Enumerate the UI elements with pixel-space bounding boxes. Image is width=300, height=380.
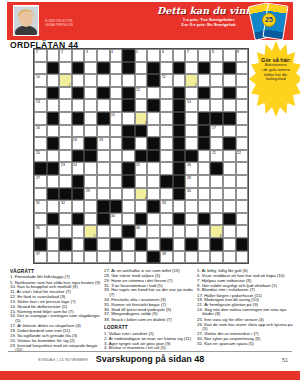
grid-cell-r2c10 — [147, 62, 160, 75]
grid-cell-r7c16[interactable] — [223, 125, 236, 138]
grid-cell-r4c14 — [198, 87, 211, 100]
grid-cell-r8c15[interactable] — [210, 137, 223, 150]
grid-cell-r10c2 — [47, 162, 60, 175]
grid-cell-r1c2[interactable] — [47, 49, 60, 62]
down-header: LODRÄTT — [104, 324, 195, 330]
grid-cell-r17c10 — [147, 251, 160, 264]
clue-item: 28. Gör större med säljare (5) — [104, 273, 195, 278]
grid-cell-r11c9[interactable] — [135, 175, 148, 188]
grid-cell-r15c10[interactable] — [147, 225, 160, 238]
grid-cell-r10c17[interactable] — [236, 162, 249, 175]
grid-cell-r6c17[interactable] — [236, 112, 249, 125]
grid-cell-r3c9[interactable] — [135, 74, 148, 87]
grid-cell-r12c13[interactable]: 30 — [185, 188, 198, 201]
grid-cell-r9c16[interactable] — [223, 150, 236, 163]
clue-number: 38 — [162, 252, 166, 255]
grid-cell-r16c3 — [59, 238, 72, 251]
clue-item: 2. Är nödvändigare än man ser hämta sig … — [104, 336, 195, 341]
grid-cell-r11c13[interactable]: 28 — [185, 175, 198, 188]
grid-cell-r15c7[interactable] — [110, 225, 123, 238]
footer-date: SÖNDAG | 24 NOVEMBER — [38, 358, 88, 362]
grid-cell-r17c14[interactable] — [198, 251, 211, 264]
grid-cell-r10c12 — [173, 162, 186, 175]
grid-cell-r4c6 — [97, 87, 110, 100]
prize-line-2: 2:a–3:e pris: En Sverigelott. — [173, 22, 246, 27]
grid-cell-r11c15[interactable] — [210, 175, 223, 188]
grid-cell-r6c7[interactable]: 15 — [110, 112, 123, 125]
grid-cell-r4c13[interactable] — [185, 87, 198, 100]
grid-cell-r5c9[interactable] — [135, 99, 148, 112]
grid-cell-r4c10[interactable] — [147, 87, 160, 100]
grid-cell-r13c8[interactable] — [122, 200, 135, 213]
grid-cell-r9c8[interactable] — [122, 150, 135, 163]
grid-cell-r4c15[interactable] — [210, 87, 223, 100]
clue-number: 8 — [212, 50, 214, 53]
grid-cell-r1c15[interactable]: 8 — [210, 49, 223, 62]
grid-cell-r11c5[interactable] — [84, 175, 97, 188]
grid-cell-r3c5[interactable] — [84, 74, 97, 87]
grid-cell-r17c8[interactable] — [122, 251, 135, 264]
grid-cell-r14c7[interactable]: 34 — [110, 213, 123, 226]
grid-cell-r16c12[interactable] — [173, 238, 186, 251]
grid-cell-r7c3[interactable] — [59, 125, 72, 138]
clue-number: 6 — [162, 50, 164, 53]
clue-item: 4. Brukar vi inventera i ett väl (5) — [104, 345, 195, 350]
grid-cell-r11c14[interactable] — [198, 175, 211, 188]
grid-cell-r11c16[interactable] — [223, 175, 236, 188]
grid-cell-r16c13 — [185, 238, 198, 251]
grid-cell-r4c7[interactable] — [110, 87, 123, 100]
clue-number: 5 — [136, 50, 138, 53]
grid-cell-r3c4[interactable] — [72, 74, 85, 87]
grid-cell-r10c10[interactable] — [147, 162, 160, 175]
grid-cell-r5c2[interactable] — [47, 99, 60, 112]
grid-cell-r1c11[interactable]: 6 — [160, 49, 173, 62]
grid-cell-r14c3[interactable] — [59, 213, 72, 226]
clue-item: 32. Kan en sparsam spara (5) — [197, 341, 293, 346]
grid-cell-r7c15[interactable]: 17 — [210, 125, 223, 138]
grid-cell-r15c11[interactable] — [160, 225, 173, 238]
grid-cell-r13c14[interactable] — [198, 200, 211, 213]
ticket-value-badge: 25 — [262, 13, 276, 27]
grid-cell-r11c1[interactable]: 27 — [34, 175, 47, 188]
grid-cell-r3c13[interactable]: 2 — [185, 74, 198, 87]
grid-cell-r14c1[interactable] — [34, 213, 47, 226]
grid-cell-r15c17[interactable] — [236, 225, 249, 238]
grid-cell-r10c4[interactable]: 24 — [72, 162, 85, 175]
grid-cell-r13c4[interactable] — [72, 200, 85, 213]
clue-item: 31. 3 av läsestämman i kod (5) — [104, 283, 195, 288]
grid-cell-r9c14[interactable] — [198, 150, 211, 163]
grid-cell-r15c15[interactable]: 6 — [210, 225, 223, 238]
grid-cell-r15c1[interactable]: 35 — [34, 225, 47, 238]
grid-cell-r12c3 — [59, 188, 72, 201]
grid-cell-r10c6[interactable] — [97, 162, 110, 175]
grid-cell-r4c4 — [72, 87, 85, 100]
grid-cell-r11c7[interactable] — [110, 175, 123, 188]
grid-cell-r12c8[interactable] — [122, 188, 135, 201]
clue-number: 1 — [36, 50, 38, 53]
grid-cell-r8c1[interactable] — [34, 137, 47, 150]
grid-cell-r4c3[interactable] — [59, 87, 72, 100]
grid-cell-r7c17[interactable] — [236, 125, 249, 138]
grid-cell-r6c3[interactable] — [59, 112, 72, 125]
grid-cell-r6c15 — [210, 112, 223, 125]
grid-cell-r7c5[interactable] — [84, 125, 97, 138]
grid-cell-r5c14[interactable] — [198, 99, 211, 112]
grid-cell-r6c4 — [72, 112, 85, 125]
grid-cell-r11c2[interactable] — [47, 175, 60, 188]
yellow-cell-index: 3 — [144, 121, 146, 124]
grid-cell-r4c16 — [223, 87, 236, 100]
grid-cell-r12c16[interactable] — [223, 188, 236, 201]
grid-cell-r6c13[interactable] — [185, 112, 198, 125]
grid-cell-r13c15[interactable] — [210, 200, 223, 213]
grid-cell-r10c7[interactable] — [110, 162, 123, 175]
clue-item: 37. Morgondagens välde (9) — [104, 312, 195, 317]
grid-cell-r16c17 — [236, 238, 249, 251]
grid-cell-r12c10[interactable] — [147, 188, 160, 201]
grid-cell-r3c11[interactable]: 11 — [160, 74, 173, 87]
grid-cell-r7c12 — [173, 125, 186, 138]
grid-cell-r2c6 — [97, 62, 110, 75]
grid-cell-r7c13[interactable] — [185, 125, 198, 138]
grid-cell-r12c6[interactable] — [97, 188, 110, 201]
grid-cell-r8c7[interactable] — [110, 137, 123, 150]
clue-number: 2 — [61, 50, 63, 53]
grid-cell-r10c9[interactable]: 25 — [135, 162, 148, 175]
grid-cell-r7c9 — [135, 125, 148, 138]
grid-cell-r1c16[interactable] — [223, 49, 236, 62]
clue-item: 19. Sa ogillande och grinade illa (3) — [10, 333, 103, 338]
instructions-starburst: Gör så här: Bokstäverna i de gula rutorn… — [249, 41, 300, 117]
grid-cell-r15c6[interactable] — [97, 225, 110, 238]
grid-cell-r14c15[interactable] — [210, 213, 223, 226]
clue-item: 18. Medvägen kan bli avstig (10) — [197, 297, 293, 302]
grid-cell-r11c10[interactable] — [147, 175, 160, 188]
grid-cell-r1c14[interactable] — [198, 49, 211, 62]
clue-item: 11. Är vital i lokal för musiker (7) — [10, 289, 103, 294]
grid-cell-r13c16[interactable] — [223, 200, 236, 213]
grid-cell-r1c6[interactable] — [97, 49, 110, 62]
grid-cell-r1c3[interactable]: 2 — [59, 49, 72, 62]
grid-cell-r10c16[interactable] — [223, 162, 236, 175]
grid-cell-r15c12[interactable] — [173, 225, 186, 238]
clue-number: 15 — [111, 113, 115, 116]
grid-cell-r13c1[interactable]: 31 — [34, 200, 47, 213]
grid-cell-r3c12[interactable] — [173, 74, 186, 87]
grid-cell-r2c3[interactable] — [59, 62, 72, 75]
grid-cell-r2c13[interactable] — [185, 62, 198, 75]
grid-cell-r14c5[interactable] — [84, 213, 97, 226]
grid-cell-r8c4[interactable]: 18 — [72, 137, 85, 150]
grid-cell-r13c13[interactable] — [185, 200, 198, 213]
grid-cell-r8c10 — [147, 137, 160, 150]
grid-cell-r15c14[interactable] — [198, 225, 211, 238]
grid-cell-r3c1[interactable]: 10 — [34, 74, 47, 87]
grid-cell-r14c11[interactable] — [160, 213, 173, 226]
grid-cell-r5c15[interactable] — [210, 99, 223, 112]
grid-cell-r8c17[interactable] — [236, 137, 249, 150]
grid-cell-r13c12[interactable] — [173, 200, 186, 213]
grid-cell-r9c9 — [135, 150, 148, 163]
grid-cell-r17c16[interactable] — [223, 251, 236, 264]
grid-cell-r1c12[interactable] — [173, 49, 186, 62]
grid-cell-r15c16[interactable] — [223, 225, 236, 238]
grid-cell-r12c1[interactable] — [34, 188, 47, 201]
grid-cell-r13c5[interactable] — [84, 200, 97, 213]
clue-item: 6. Visar snabbast att han har råd att kö… — [197, 273, 293, 278]
grid-cell-r12c11[interactable] — [160, 188, 173, 201]
grid-cell-r1c1[interactable]: 1 — [34, 49, 47, 62]
grid-cell-r7c8 — [122, 125, 135, 138]
grid-cell-r5c6[interactable] — [97, 99, 110, 112]
grid-cell-r10c15 — [210, 162, 223, 175]
clue-item: 36. Stod till tjänst med tjäderjakt (9) — [104, 307, 195, 312]
clue-item: 1. Förväxlade blir folkslagga (7) — [10, 275, 103, 280]
grid-cell-r5c17[interactable] — [236, 99, 249, 112]
grid-cell-r11c11 — [160, 175, 173, 188]
grid-cell-r3c6[interactable] — [97, 74, 110, 87]
grid-cell-r12c15[interactable] — [210, 188, 223, 201]
grid-cell-r8c11[interactable] — [160, 137, 173, 150]
grid-cell-r3c17[interactable] — [236, 74, 249, 87]
grid-cell-r3c7[interactable] — [110, 74, 123, 87]
prize-banner: KONSTRUKTÖR: LENA PERSSON Detta kan du v… — [7, 2, 293, 40]
grid-cell-r6c8[interactable] — [122, 112, 135, 125]
grid-cell-r13c10 — [147, 200, 160, 213]
grid-cell-r2c1[interactable] — [34, 62, 47, 75]
grid-cell-r12c7[interactable] — [110, 188, 123, 201]
grid-cell-r8c9[interactable] — [135, 137, 148, 150]
grid-cell-r5c11[interactable] — [160, 99, 173, 112]
grid-cell-r8c13[interactable] — [185, 137, 198, 150]
grid-cell-r2c11[interactable] — [160, 62, 173, 75]
clue-number: 22 — [237, 151, 241, 154]
grid-cell-r8c6[interactable]: 19 — [97, 137, 110, 150]
page-number: 51 — [282, 357, 288, 363]
starburst-line: tävlingskod — [253, 77, 299, 82]
grid-cell-r10c1 — [34, 162, 47, 175]
grid-cell-r10c14[interactable] — [198, 162, 211, 175]
grid-cell-r16c8[interactable] — [122, 238, 135, 251]
grid-cell-r10c11[interactable] — [160, 162, 173, 175]
grid-cell-r1c13[interactable]: 7 — [185, 49, 198, 62]
grid-cell-r15c13[interactable] — [185, 225, 198, 238]
grid-cell-r16c10[interactable] — [147, 238, 160, 251]
grid-cell-r9c17[interactable]: 22 — [236, 150, 249, 163]
grid-cell-r9c12 — [173, 150, 186, 163]
grid-cell-r15c4[interactable] — [72, 225, 85, 238]
grid-cell-r4c2 — [47, 87, 60, 100]
grid-cell-r17c15[interactable] — [210, 251, 223, 264]
grid-cell-r6c10[interactable] — [147, 112, 160, 125]
lottery-tickets: 25 — [248, 2, 290, 40]
clue-item: 7. Hjälpas som rotborstar (8) — [197, 278, 293, 283]
grid-cell-r4c5[interactable] — [84, 87, 97, 100]
grid-cell-r6c1[interactable] — [34, 112, 47, 125]
grid-cell-r4c1[interactable] — [34, 87, 47, 100]
grid-cell-r12c17[interactable] — [236, 188, 249, 201]
grid-cell-r17c5[interactable] — [84, 251, 97, 264]
grid-cell-r5c10 — [147, 99, 160, 112]
clue-number: 11 — [162, 75, 166, 78]
grid-cell-r17c3[interactable] — [59, 251, 72, 264]
grid-cell-r3c15[interactable] — [210, 74, 223, 87]
grid-cell-r13c9[interactable] — [135, 200, 148, 213]
grid-cell-r16c6[interactable] — [97, 238, 110, 251]
grid-cell-r9c3[interactable] — [59, 150, 72, 163]
grid-cell-r17c11[interactable]: 38 — [160, 251, 173, 264]
grid-cell-r13c7 — [110, 200, 123, 213]
grid-cell-r16c14[interactable] — [198, 238, 211, 251]
grid-cell-r17c7[interactable] — [110, 251, 123, 264]
grid-cell-r16c5 — [84, 238, 97, 251]
grid-cell-r11c3[interactable] — [59, 175, 72, 188]
grid-cell-r1c9[interactable]: 5 — [135, 49, 148, 62]
grid-cell-r2c9[interactable] — [135, 62, 148, 75]
clue-number: 9 — [237, 50, 239, 53]
grid-cell-r5c3[interactable] — [59, 99, 72, 112]
grid-cell-r5c5[interactable] — [84, 99, 97, 112]
grid-cell-r1c4[interactable] — [72, 49, 85, 62]
grid-cell-r10c3[interactable]: 23 — [59, 162, 72, 175]
grid-cell-r16c2[interactable] — [47, 238, 60, 251]
grid-cell-r6c5[interactable] — [84, 112, 97, 125]
grid-cell-r8c8 — [122, 137, 135, 150]
grid-cell-r3c8[interactable] — [122, 74, 135, 87]
grid-cell-r15c5[interactable]: 5 — [84, 225, 97, 238]
grid-cell-r1c10[interactable] — [147, 49, 160, 62]
grid-cell-r7c11[interactable] — [160, 125, 173, 138]
grid-cell-r9c7[interactable] — [110, 150, 123, 163]
constructor-photo — [13, 5, 39, 36]
grid-cell-r1c7[interactable]: 4 — [110, 49, 123, 62]
grid-cell-r17c2[interactable] — [47, 251, 60, 264]
grid-cell-r3c14[interactable] — [198, 74, 211, 87]
grid-cell-r9c1[interactable]: 20 — [34, 150, 47, 163]
grid-cell-r4c11[interactable] — [160, 87, 173, 100]
grid-cell-r2c15[interactable] — [210, 62, 223, 75]
grid-cell-r10c5[interactable] — [84, 162, 97, 175]
grid-cell-r2c17[interactable] — [236, 62, 249, 75]
clue-number: 28 — [187, 176, 191, 179]
grid-cell-r14c17[interactable] — [236, 213, 249, 226]
grid-cell-r6c16 — [223, 112, 236, 125]
clue-number: 21 — [212, 151, 216, 154]
grid-cell-r3c2[interactable] — [47, 74, 60, 87]
grid-cell-r5c7[interactable] — [110, 99, 123, 112]
grid-cell-r6c9[interactable]: 3 — [135, 112, 148, 125]
grid-cell-r9c6[interactable] — [97, 150, 110, 163]
grid-cell-r1c5[interactable]: 3 — [84, 49, 97, 62]
grid-cell-r17c4[interactable] — [72, 251, 85, 264]
grid-cell-r5c12 — [173, 99, 186, 112]
prize-line-1: 1:a pris: Två Sverigelotter. — [173, 17, 246, 22]
grid-cell-r8c5 — [84, 137, 97, 150]
grid-cell-r13c3[interactable]: 32 — [59, 200, 72, 213]
grid-cell-r11c6[interactable] — [97, 175, 110, 188]
grid-cell-r7c4[interactable] — [72, 125, 85, 138]
grid-cell-r3c3[interactable]: 1 — [59, 74, 72, 87]
grid-cell-r9c15[interactable]: 21 — [210, 150, 223, 163]
grid-cell-r15c3[interactable] — [59, 225, 72, 238]
grid-cell-r12c5[interactable]: 29 — [84, 188, 97, 201]
clue-item: 24. Säg inte den nakna sanningen om sina… — [197, 307, 293, 316]
grid-cell-r16c7 — [110, 238, 123, 251]
grid-cell-r3c10 — [147, 74, 160, 87]
clue-number: 36 — [136, 226, 140, 229]
grid-cell-r11c17[interactable] — [236, 175, 249, 188]
grid-cell-r6c11[interactable] — [160, 112, 173, 125]
clue-item: 26. Kan de som har röster släta upp och … — [197, 322, 293, 331]
grid-cell-r9c4 — [72, 150, 85, 163]
grid-cell-r4c9[interactable]: 12 — [135, 87, 148, 100]
clue-item: 8. Gör våldet osynligt och ljud ohörbart… — [197, 283, 293, 288]
grid-cell-r8c12 — [173, 137, 186, 150]
grid-cell-r7c6[interactable] — [97, 125, 110, 138]
grid-cell-r17c9[interactable] — [135, 251, 148, 264]
grid-cell-r5c1[interactable]: 13 — [34, 99, 47, 112]
grid-cell-r17c1[interactable]: 37 — [34, 251, 47, 264]
grid-cell-r17c6[interactable] — [97, 251, 110, 264]
grid-cell-r17c13[interactable] — [185, 251, 198, 264]
grid-cell-r8c3[interactable] — [59, 137, 72, 150]
grid-cell-r14c2 — [47, 213, 60, 226]
grid-cell-r14c8[interactable] — [122, 213, 135, 226]
grid-cell-r7c2[interactable] — [47, 125, 60, 138]
clue-item: 35. Känner ett förstärkt begär (7) — [104, 302, 195, 307]
grid-cell-r13c17[interactable] — [236, 200, 249, 213]
grid-cell-r10c13[interactable]: 26 — [185, 162, 198, 175]
grid-cell-r2c5[interactable] — [84, 62, 97, 75]
grid-cell-r14c6 — [97, 213, 110, 226]
clue-number: 14 — [187, 100, 191, 103]
grid-cell-r9c11[interactable] — [160, 150, 173, 163]
grid-cell-r1c17[interactable]: 9 — [236, 49, 249, 62]
grid-cell-r5c13[interactable]: 14 — [185, 99, 198, 112]
grid-cell-r7c10[interactable] — [147, 125, 160, 138]
grid-cell-r9c2[interactable] — [47, 150, 60, 163]
grid-cell-r13c11[interactable]: 33 — [160, 200, 173, 213]
grid-cell-r2c7[interactable] — [110, 62, 123, 75]
grid-cell-r4c17[interactable] — [236, 87, 249, 100]
grid-cell-r14c13[interactable] — [185, 213, 198, 226]
grid-cell-r3c16[interactable] — [223, 74, 236, 87]
grid-cell-r16c4[interactable] — [72, 238, 85, 251]
grid-cell-r4c12 — [173, 87, 186, 100]
grid-cell-r5c16[interactable] — [223, 99, 236, 112]
clue-item: 17. Är lättaste delen av skapelsen (4) — [10, 323, 103, 328]
grid-cell-r13c2[interactable] — [47, 200, 60, 213]
grid-cell-r15c9[interactable]: 36 — [135, 225, 148, 238]
grid-cell-r14c10[interactable] — [147, 213, 160, 226]
grid-cell-r17c12[interactable] — [173, 251, 186, 264]
grid-cell-r7c1[interactable]: 16 — [34, 125, 47, 138]
clue-number: 25 — [136, 163, 140, 166]
grid-cell-r5c4[interactable] — [72, 99, 85, 112]
grid-cell-r16c16[interactable] — [223, 238, 236, 251]
grid-cell-r8c2 — [47, 137, 60, 150]
clue-number: 31 — [36, 201, 40, 204]
grid-cell-r17c17[interactable] — [236, 251, 249, 264]
grid-cell-r12c14[interactable] — [198, 188, 211, 201]
clue-number: 35 — [36, 226, 40, 229]
grid-cell-r12c9[interactable]: 4 — [135, 188, 148, 201]
clue-item: 12. En färd är svårskakad (3) — [10, 294, 103, 299]
grid-cell-r7c7[interactable] — [110, 125, 123, 138]
grid-cell-r15c2[interactable] — [47, 225, 60, 238]
